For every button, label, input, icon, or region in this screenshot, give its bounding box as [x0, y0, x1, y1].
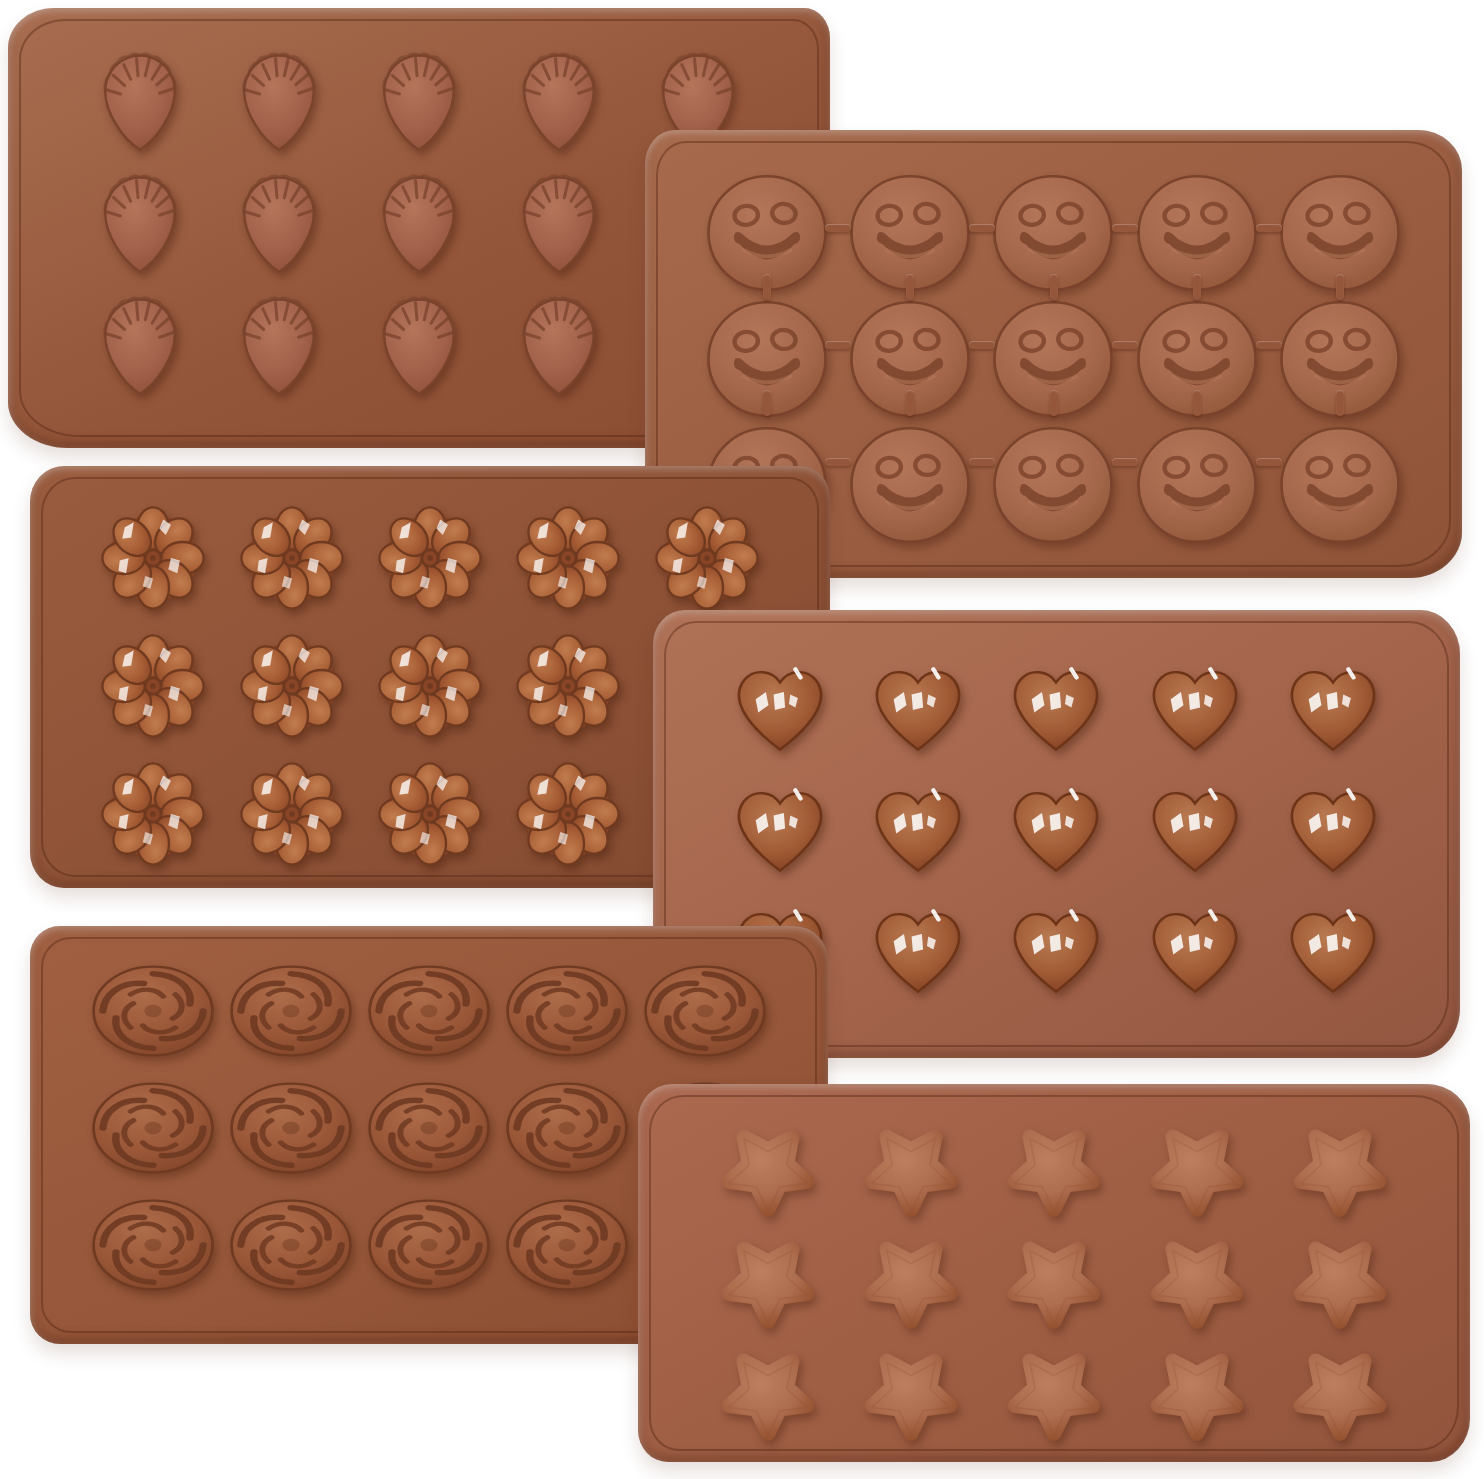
star-cavity-cell — [1126, 1222, 1269, 1334]
smiley-cavity — [988, 422, 1118, 548]
smiley-cavity-cell — [982, 422, 1125, 548]
flower-cavity-cell — [84, 622, 222, 750]
smiley-cavity — [1275, 296, 1405, 422]
rose-cavity — [87, 1188, 219, 1302]
flower-cavity-cell — [361, 622, 499, 750]
star-cavity — [1140, 1334, 1254, 1446]
smiley-cavity — [1275, 422, 1405, 548]
scene: Six brown silicone chocolate candy molds… — [0, 0, 1484, 1479]
flower-cavity — [89, 494, 217, 622]
rose-cavity — [363, 1071, 495, 1185]
star-cavity-cell — [1126, 1110, 1269, 1222]
rose-cavity-cell — [498, 1187, 636, 1304]
flower-cavity-cell — [84, 750, 222, 878]
heart-cavity-cell — [1126, 885, 1264, 1006]
rose-cavity-cell — [636, 952, 774, 1069]
rose-cavity — [501, 1188, 633, 1302]
star-cavity — [711, 1222, 825, 1334]
rose-cavity-cell — [222, 952, 360, 1069]
flower-cavity-cell — [222, 622, 360, 750]
flower-cavity — [504, 750, 632, 878]
heart-cavity-cell — [987, 885, 1125, 1006]
star-cavity — [854, 1110, 968, 1222]
flower-cavity-cell — [222, 750, 360, 878]
flower-cavity — [643, 494, 771, 622]
shell-cavity-cell — [210, 36, 350, 158]
shell-cavity-cell — [489, 280, 629, 402]
rose-cavity-cell — [84, 1069, 222, 1186]
smiley-cavity-cell — [838, 170, 981, 296]
star-cavity — [997, 1222, 1111, 1334]
rose-cavity — [225, 1188, 357, 1302]
heart-cavity-cell — [1264, 765, 1402, 886]
shell-cavity — [501, 159, 617, 279]
heart-cavity — [1269, 765, 1397, 885]
flower-cavity — [228, 750, 356, 878]
flower-cavity-cell — [222, 494, 360, 622]
flower-cavity-cell — [361, 494, 499, 622]
star-cavity-cell — [1269, 1110, 1412, 1222]
smiley-cavity — [845, 296, 975, 422]
shell-cavity-cell — [70, 280, 210, 402]
smiley-cavity — [845, 170, 975, 296]
flower-cavity — [366, 494, 494, 622]
star-cavity-cell — [696, 1334, 839, 1446]
rose-cavity — [501, 1071, 633, 1185]
flower-cavity-cell — [361, 750, 499, 878]
heart-cavity — [854, 765, 982, 885]
heart-cavity-cell — [1126, 644, 1264, 765]
shell-cavity-cell — [70, 36, 210, 158]
heart-cavity-cell — [1264, 644, 1402, 765]
shell-cavity-cell — [349, 36, 489, 158]
heart-cavity-cell — [1126, 765, 1264, 886]
smiley-cavity-cell — [695, 296, 838, 422]
shell-cavity — [82, 159, 198, 279]
star-cavity — [1283, 1334, 1397, 1446]
smiley-cavity — [988, 170, 1118, 296]
flower-cavity-cell — [84, 494, 222, 622]
flower-cavity — [504, 622, 632, 750]
smiley-cavity-cell — [1125, 296, 1268, 422]
star-cavity — [1140, 1110, 1254, 1222]
rose-cavity — [363, 954, 495, 1068]
star-cavity — [854, 1222, 968, 1334]
star-cavity — [711, 1334, 825, 1446]
heart-cavity-cell — [987, 765, 1125, 886]
smiley-cavity — [845, 422, 975, 548]
shell-cavity — [361, 281, 477, 401]
rose-cavity — [225, 1071, 357, 1185]
heart-cavity — [1269, 886, 1397, 1006]
shell-cavity — [221, 159, 337, 279]
star-cavity-cell — [696, 1222, 839, 1334]
heart-cavity-cell — [849, 765, 987, 886]
rose-cavity-cell — [498, 952, 636, 1069]
shell-cavity — [82, 281, 198, 401]
heart-cavity — [992, 765, 1120, 885]
smiley-cavity-cell — [1125, 422, 1268, 548]
smiley-cavity — [702, 296, 832, 422]
star-cavity-cell — [1269, 1334, 1412, 1446]
rose-cavity — [225, 954, 357, 1068]
star-cavity-cell — [839, 1222, 982, 1334]
star-cavity — [1283, 1110, 1397, 1222]
rose-cavity-cell — [360, 1069, 498, 1186]
shell-cavity — [221, 37, 337, 157]
smiley-cavity — [1132, 422, 1262, 548]
heart-cavity-cell — [711, 765, 849, 886]
smiley-cavity-cell — [982, 170, 1125, 296]
heart-cavity-cell — [1264, 885, 1402, 1006]
shell-cavity — [501, 281, 617, 401]
shell-cavity-cell — [349, 280, 489, 402]
flower-cavity — [366, 622, 494, 750]
star-cavity — [711, 1110, 825, 1222]
flower-cavity — [228, 494, 356, 622]
smiley-cavity-cell — [982, 296, 1125, 422]
star-cavity-cell — [982, 1334, 1125, 1446]
star-cavity-cell — [982, 1222, 1125, 1334]
rose-cavity — [87, 954, 219, 1068]
heart-cavity — [716, 644, 844, 764]
rose-cavity-cell — [360, 1187, 498, 1304]
star-cavity-cell — [696, 1110, 839, 1222]
flower-cavity — [504, 494, 632, 622]
flower-cavity — [89, 622, 217, 750]
smiley-cavity — [702, 170, 832, 296]
star-cavity-cell — [839, 1110, 982, 1222]
heart-cavity-cell — [849, 885, 987, 1006]
heart-cavity — [992, 644, 1120, 764]
star-cavity-grid — [638, 1084, 1470, 1462]
smiley-cavity-cell — [1269, 170, 1412, 296]
shell-cavity-cell — [489, 36, 629, 158]
star-cavity-cell — [839, 1334, 982, 1446]
smiley-cavity-cell — [838, 422, 981, 548]
smiley-cavity-cell — [838, 296, 981, 422]
flower-cavity-cell — [499, 622, 637, 750]
star-cavity — [997, 1110, 1111, 1222]
heart-cavity — [1131, 644, 1259, 764]
smiley-cavity-cell — [695, 170, 838, 296]
heart-cavity — [854, 644, 982, 764]
flower-cavity-cell — [499, 750, 637, 878]
shell-cavity — [361, 37, 477, 157]
scene-description: Six brown silicone chocolate candy molds… — [0, 0, 1, 1]
smiley-cavity-cell — [1269, 296, 1412, 422]
smiley-cavity — [1275, 170, 1405, 296]
smiley-cavity-cell — [1269, 422, 1412, 548]
star-cavity — [1283, 1222, 1397, 1334]
shell-cavity — [82, 37, 198, 157]
rose-cavity — [639, 954, 771, 1068]
heart-cavity — [854, 886, 982, 1006]
flower-cavity-cell — [499, 494, 637, 622]
shell-cavity-cell — [349, 158, 489, 280]
flower-cavity-cell — [638, 494, 776, 622]
star-cavity — [1140, 1222, 1254, 1334]
flower-cavity — [366, 750, 494, 878]
rose-cavity-cell — [84, 952, 222, 1069]
smiley-cavity — [1132, 296, 1262, 422]
rose-cavity-cell — [360, 952, 498, 1069]
smiley-cavity-cell — [1125, 170, 1268, 296]
rose-cavity — [363, 1188, 495, 1302]
star-mold-tray — [638, 1084, 1470, 1462]
star-cavity — [997, 1334, 1111, 1446]
heart-cavity-cell — [849, 644, 987, 765]
heart-cavity-cell — [987, 644, 1125, 765]
heart-cavity — [716, 765, 844, 885]
rose-cavity — [501, 954, 633, 1068]
smiley-cavity — [988, 296, 1118, 422]
shell-cavity-cell — [210, 158, 350, 280]
star-cavity — [854, 1334, 968, 1446]
shell-cavity — [221, 281, 337, 401]
heart-cavity-cell — [711, 644, 849, 765]
shell-cavity — [501, 37, 617, 157]
rose-cavity-cell — [222, 1069, 360, 1186]
rose-cavity-cell — [84, 1187, 222, 1304]
shell-cavity-cell — [210, 280, 350, 402]
shell-cavity-cell — [70, 158, 210, 280]
flower-cavity — [89, 750, 217, 878]
shell-cavity-cell — [489, 158, 629, 280]
rose-cavity-cell — [222, 1187, 360, 1304]
star-cavity-cell — [1269, 1222, 1412, 1334]
shell-cavity — [361, 159, 477, 279]
smiley-cavity — [1132, 170, 1262, 296]
heart-cavity — [1269, 644, 1397, 764]
heart-cavity — [992, 886, 1120, 1006]
rose-cavity-cell — [498, 1069, 636, 1186]
star-cavity-cell — [1126, 1334, 1269, 1446]
heart-cavity — [1131, 886, 1259, 1006]
star-cavity-cell — [982, 1110, 1125, 1222]
heart-cavity — [1131, 765, 1259, 885]
rose-cavity — [87, 1071, 219, 1185]
flower-cavity — [228, 622, 356, 750]
